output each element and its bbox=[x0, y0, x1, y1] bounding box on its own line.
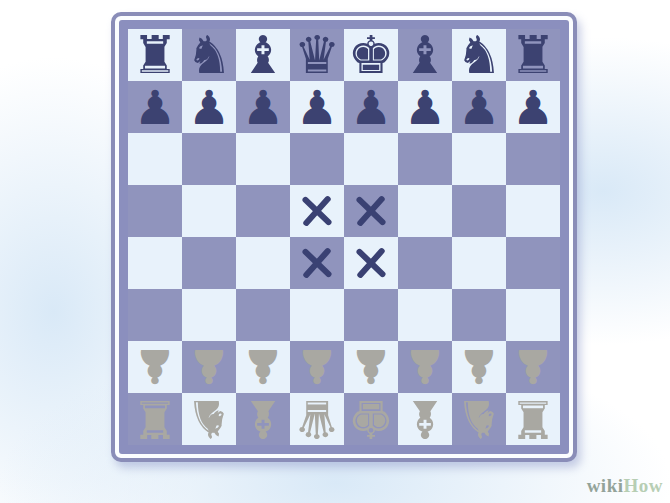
square-c3 bbox=[236, 289, 290, 341]
piece-white-knight-g1: ♞ bbox=[452, 393, 506, 445]
piece-white-rook-h1: ♜ bbox=[506, 393, 560, 445]
x-mark-e4 bbox=[353, 245, 389, 281]
square-c7: ♟ bbox=[236, 81, 290, 133]
piece-black-king-e8: ♚ bbox=[344, 29, 398, 81]
square-h7: ♟ bbox=[506, 81, 560, 133]
x-mark-d4 bbox=[299, 245, 335, 281]
square-g6 bbox=[452, 133, 506, 185]
board-outer-border: ♜♞♝♛♚♝♞♜♟♟♟♟♟♟♟♟♟♟♟♟♟♟♟♟♜♞♝♛♚♝♞♜ bbox=[111, 12, 577, 462]
piece-black-knight-g8: ♞ bbox=[452, 29, 506, 81]
square-g7: ♟ bbox=[452, 81, 506, 133]
piece-black-rook-a8: ♜ bbox=[128, 29, 182, 81]
piece-black-pawn-a7: ♟ bbox=[128, 81, 182, 133]
square-c4 bbox=[236, 237, 290, 289]
piece-black-bishop-c8: ♝ bbox=[236, 29, 290, 81]
piece-black-rook-h8: ♜ bbox=[506, 29, 560, 81]
piece-white-pawn-b2: ♟ bbox=[182, 341, 236, 393]
board-frame: ♜♞♝♛♚♝♞♜♟♟♟♟♟♟♟♟♟♟♟♟♟♟♟♟♜♞♝♛♚♝♞♜ bbox=[119, 20, 569, 454]
square-b2: ♟ bbox=[182, 341, 236, 393]
illustration-canvas: ♜♞♝♛♚♝♞♜♟♟♟♟♟♟♟♟♟♟♟♟♟♟♟♟♜♞♝♛♚♝♞♜ wikiHow bbox=[0, 0, 670, 503]
square-a6 bbox=[128, 133, 182, 185]
square-e7: ♟ bbox=[344, 81, 398, 133]
square-g4 bbox=[452, 237, 506, 289]
square-f4 bbox=[398, 237, 452, 289]
watermark-wiki-text: wiki bbox=[587, 475, 624, 496]
square-f2: ♟ bbox=[398, 341, 452, 393]
piece-white-pawn-a2: ♟ bbox=[128, 341, 182, 393]
square-c5 bbox=[236, 185, 290, 237]
piece-black-pawn-c7: ♟ bbox=[236, 81, 290, 133]
square-b5 bbox=[182, 185, 236, 237]
piece-white-pawn-d2: ♟ bbox=[290, 341, 344, 393]
square-f8: ♝ bbox=[398, 29, 452, 81]
square-e5 bbox=[344, 185, 398, 237]
watermark-how-text: How bbox=[624, 475, 664, 496]
piece-black-pawn-f7: ♟ bbox=[398, 81, 452, 133]
square-h5 bbox=[506, 185, 560, 237]
square-d7: ♟ bbox=[290, 81, 344, 133]
square-a7: ♟ bbox=[128, 81, 182, 133]
square-e4 bbox=[344, 237, 398, 289]
piece-white-pawn-h2: ♟ bbox=[506, 341, 560, 393]
square-g5 bbox=[452, 185, 506, 237]
piece-black-pawn-h7: ♟ bbox=[506, 81, 560, 133]
square-g8: ♞ bbox=[452, 29, 506, 81]
square-e1: ♚ bbox=[344, 393, 398, 445]
square-f5 bbox=[398, 185, 452, 237]
square-d1: ♛ bbox=[290, 393, 344, 445]
square-b6 bbox=[182, 133, 236, 185]
square-a1: ♜ bbox=[128, 393, 182, 445]
piece-black-pawn-e7: ♟ bbox=[344, 81, 398, 133]
square-e8: ♚ bbox=[344, 29, 398, 81]
square-c8: ♝ bbox=[236, 29, 290, 81]
square-a3 bbox=[128, 289, 182, 341]
square-f1: ♝ bbox=[398, 393, 452, 445]
square-a2: ♟ bbox=[128, 341, 182, 393]
piece-white-pawn-g2: ♟ bbox=[452, 341, 506, 393]
square-a5 bbox=[128, 185, 182, 237]
square-c2: ♟ bbox=[236, 341, 290, 393]
square-b7: ♟ bbox=[182, 81, 236, 133]
piece-white-rook-a1: ♜ bbox=[128, 393, 182, 445]
piece-white-queen-d1: ♛ bbox=[290, 393, 344, 445]
square-b1: ♞ bbox=[182, 393, 236, 445]
square-f6 bbox=[398, 133, 452, 185]
piece-white-bishop-f1: ♝ bbox=[398, 393, 452, 445]
square-d2: ♟ bbox=[290, 341, 344, 393]
square-b4 bbox=[182, 237, 236, 289]
piece-black-bishop-f8: ♝ bbox=[398, 29, 452, 81]
square-d4 bbox=[290, 237, 344, 289]
square-f7: ♟ bbox=[398, 81, 452, 133]
piece-black-queen-d8: ♛ bbox=[290, 29, 344, 81]
piece-black-pawn-g7: ♟ bbox=[452, 81, 506, 133]
piece-black-pawn-d7: ♟ bbox=[290, 81, 344, 133]
square-d8: ♛ bbox=[290, 29, 344, 81]
chess-board: ♜♞♝♛♚♝♞♜♟♟♟♟♟♟♟♟♟♟♟♟♟♟♟♟♜♞♝♛♚♝♞♜ bbox=[128, 29, 560, 445]
x-mark-e5 bbox=[353, 193, 389, 229]
square-f3 bbox=[398, 289, 452, 341]
square-c1: ♝ bbox=[236, 393, 290, 445]
square-e6 bbox=[344, 133, 398, 185]
square-g2: ♟ bbox=[452, 341, 506, 393]
square-g1: ♞ bbox=[452, 393, 506, 445]
piece-white-bishop-c1: ♝ bbox=[236, 393, 290, 445]
square-e2: ♟ bbox=[344, 341, 398, 393]
piece-black-pawn-b7: ♟ bbox=[182, 81, 236, 133]
square-e3 bbox=[344, 289, 398, 341]
piece-white-king-e1: ♚ bbox=[344, 393, 398, 445]
square-a8: ♜ bbox=[128, 29, 182, 81]
square-d6 bbox=[290, 133, 344, 185]
square-g3 bbox=[452, 289, 506, 341]
square-h6 bbox=[506, 133, 560, 185]
square-d5 bbox=[290, 185, 344, 237]
square-h1: ♜ bbox=[506, 393, 560, 445]
square-c6 bbox=[236, 133, 290, 185]
square-d3 bbox=[290, 289, 344, 341]
square-h8: ♜ bbox=[506, 29, 560, 81]
square-b3 bbox=[182, 289, 236, 341]
square-h2: ♟ bbox=[506, 341, 560, 393]
square-b8: ♞ bbox=[182, 29, 236, 81]
square-h4 bbox=[506, 237, 560, 289]
square-a4 bbox=[128, 237, 182, 289]
x-mark-d5 bbox=[299, 193, 335, 229]
square-h3 bbox=[506, 289, 560, 341]
piece-white-knight-b1: ♞ bbox=[182, 393, 236, 445]
piece-black-knight-b8: ♞ bbox=[182, 29, 236, 81]
piece-white-pawn-e2: ♟ bbox=[344, 341, 398, 393]
piece-white-pawn-c2: ♟ bbox=[236, 341, 290, 393]
wikihow-watermark: wikiHow bbox=[587, 475, 663, 497]
piece-white-pawn-f2: ♟ bbox=[398, 341, 452, 393]
